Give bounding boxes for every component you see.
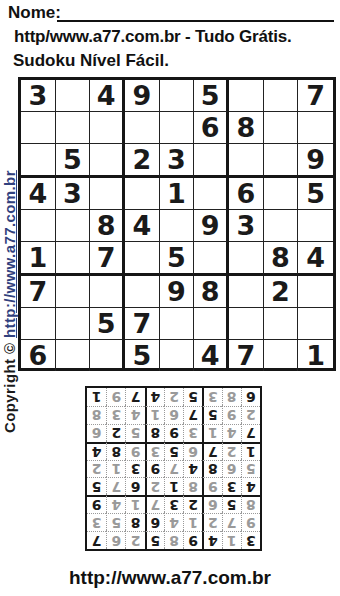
- sudoku-cell[interactable]: [125, 178, 160, 210]
- solution-cell: 6: [241, 388, 260, 406]
- sudoku-cell[interactable]: 9: [298, 144, 333, 178]
- solution-cell: 5: [183, 388, 202, 406]
- sudoku-cell[interactable]: 2: [125, 144, 160, 178]
- solution-cell: 9: [106, 388, 125, 406]
- sudoku-cell[interactable]: [160, 80, 195, 112]
- sudoku-cell[interactable]: 4: [125, 210, 160, 242]
- solution-cell: 1: [183, 513, 202, 531]
- sudoku-cell[interactable]: [264, 308, 299, 340]
- sudoku-cell[interactable]: 5: [56, 144, 91, 178]
- solution-cell: 7: [106, 477, 125, 495]
- sudoku-cell[interactable]: 5: [160, 242, 195, 276]
- sudoku-grid: 349576852394316584931758479825765471: [18, 77, 336, 371]
- solution-cell: 1: [145, 406, 164, 424]
- solution-cell: 7: [125, 388, 144, 406]
- sudoku-cell[interactable]: [264, 178, 299, 210]
- footer-url: http://www.a77.com.br: [0, 567, 340, 589]
- solution-cell: 5: [241, 460, 260, 478]
- sudoku-cell[interactable]: [160, 308, 195, 340]
- solution-cell: 1: [87, 388, 106, 406]
- solution-cell: 9: [87, 495, 106, 513]
- name-blank-line: [57, 20, 334, 22]
- solution-cell: 9: [222, 406, 241, 424]
- name-label: Nome:: [8, 3, 61, 23]
- solution-cell: 6: [164, 406, 183, 424]
- sudoku-cell[interactable]: [160, 210, 195, 242]
- sudoku-cell[interactable]: [21, 210, 56, 242]
- sudoku-cell[interactable]: [160, 340, 195, 371]
- sudoku-cell[interactable]: [194, 144, 229, 178]
- sudoku-cell[interactable]: 7: [229, 340, 264, 371]
- solution-cell: 1: [241, 442, 260, 460]
- sudoku-cell[interactable]: [229, 276, 264, 308]
- copyright-prefix: Copyright ©: [1, 338, 18, 433]
- solution-cell: 9: [202, 477, 221, 495]
- sudoku-cell[interactable]: [264, 80, 299, 112]
- sudoku-cell[interactable]: [125, 112, 160, 144]
- solution-cell: 3: [106, 406, 125, 424]
- sudoku-cell[interactable]: 8: [194, 276, 229, 308]
- sudoku-cell[interactable]: 1: [298, 340, 333, 371]
- solution-cell: 8: [183, 477, 202, 495]
- solution-cell: 2: [106, 424, 125, 442]
- sudoku-cell[interactable]: [264, 210, 299, 242]
- sudoku-cell[interactable]: [229, 80, 264, 112]
- sudoku-cell[interactable]: [90, 112, 125, 144]
- sudoku-cell[interactable]: [298, 276, 333, 308]
- solution-cell: 4: [87, 442, 106, 460]
- solution-cell: 2: [202, 513, 221, 531]
- solution-cell: 3: [202, 388, 221, 406]
- worksheet-page: Nome: http/www.a77.com.br - Tudo Grátis.…: [0, 0, 340, 596]
- sudoku-cell[interactable]: 4: [194, 340, 229, 371]
- sudoku-cell[interactable]: 6: [229, 178, 264, 210]
- solution-cell: 9: [183, 531, 202, 549]
- solution-cell: 7: [183, 406, 202, 424]
- sudoku-cell[interactable]: 3: [160, 144, 195, 178]
- sudoku-cell[interactable]: [194, 308, 229, 340]
- sudoku-cell[interactable]: 1: [160, 178, 195, 210]
- solution-cell: 3: [241, 531, 260, 549]
- sudoku-cell[interactable]: 5: [298, 178, 333, 210]
- solution-cell: 7: [145, 495, 164, 513]
- page-title: Sudoku Nível Fácil.: [13, 51, 169, 71]
- solution-cell: 8: [87, 406, 106, 424]
- solution-cell: 8: [164, 531, 183, 549]
- solution-cell: 4: [106, 495, 125, 513]
- solution-cell: 4: [125, 406, 144, 424]
- sudoku-cell[interactable]: [125, 242, 160, 276]
- sudoku-cell[interactable]: [21, 112, 56, 144]
- sudoku-cell[interactable]: [56, 80, 91, 112]
- solution-cell: 5: [106, 513, 125, 531]
- sudoku-cell[interactable]: 4: [21, 178, 56, 210]
- solution-cell: 5: [145, 531, 164, 549]
- sudoku-cell[interactable]: [229, 242, 264, 276]
- sudoku-cell[interactable]: [21, 144, 56, 178]
- sudoku-cell[interactable]: [56, 112, 91, 144]
- site-tagline: http/www.a77.com.br - Tudo Grátis.: [14, 27, 292, 47]
- solution-cell: 4: [222, 424, 241, 442]
- solution-cell: 1: [202, 424, 221, 442]
- sudoku-cell[interactable]: [90, 178, 125, 210]
- sudoku-cell[interactable]: 7: [21, 276, 56, 308]
- sudoku-cell[interactable]: 8: [229, 112, 264, 144]
- sudoku-cell[interactable]: [90, 276, 125, 308]
- sudoku-cell[interactable]: 4: [90, 80, 125, 112]
- solution-cell: 6: [183, 442, 202, 460]
- solution-cell: 8: [202, 460, 221, 478]
- solution-cell: 7: [202, 442, 221, 460]
- sudoku-cell[interactable]: 7: [298, 80, 333, 112]
- solution-cell: 4: [202, 531, 221, 549]
- sudoku-cell[interactable]: 5: [194, 80, 229, 112]
- solution-cell: 8: [222, 388, 241, 406]
- sudoku-cell[interactable]: 9: [160, 276, 195, 308]
- solution-cell: 7: [87, 531, 106, 549]
- solution-cell: 1: [106, 460, 125, 478]
- sudoku-cell[interactable]: [56, 210, 91, 242]
- solution-cell: 9: [241, 513, 260, 531]
- sudoku-cell[interactable]: [298, 112, 333, 144]
- sudoku-cell[interactable]: [264, 144, 299, 178]
- sudoku-cell[interactable]: 9: [125, 80, 160, 112]
- sudoku-cell[interactable]: 8: [264, 242, 299, 276]
- solution-cell: 8: [106, 442, 125, 460]
- solution-cell: 2: [125, 531, 144, 549]
- sudoku-cell[interactable]: 4: [298, 242, 333, 276]
- solution-grid-upside-down: 3149852679721468538562371494398126755684…: [85, 386, 262, 551]
- solution-cell: 7: [241, 424, 260, 442]
- sudoku-cell[interactable]: 3: [229, 210, 264, 242]
- solution-cell: 5: [87, 477, 106, 495]
- solution-cell: 5: [222, 495, 241, 513]
- sudoku-cell[interactable]: [21, 308, 56, 340]
- sudoku-cell[interactable]: 6: [21, 340, 56, 371]
- solution-cell: 3: [183, 424, 202, 442]
- sudoku-cell[interactable]: 7: [90, 242, 125, 276]
- sudoku-cell[interactable]: [90, 144, 125, 178]
- solution-cell: 2: [145, 477, 164, 495]
- solution-cell: 4: [145, 388, 164, 406]
- sudoku-cell[interactable]: 7: [125, 308, 160, 340]
- sudoku-cell[interactable]: [194, 178, 229, 210]
- sudoku-cell[interactable]: 3: [21, 80, 56, 112]
- sudoku-cell[interactable]: [298, 308, 333, 340]
- solution-cell: 6: [145, 513, 164, 531]
- solution-cell: 8: [241, 495, 260, 513]
- solution-cell: 8: [125, 513, 144, 531]
- sudoku-cell[interactable]: 3: [56, 178, 91, 210]
- solution-cell: 6: [125, 477, 144, 495]
- solution-cell: 2: [164, 388, 183, 406]
- sudoku-cell[interactable]: [90, 340, 125, 371]
- solution-cell: 3: [222, 477, 241, 495]
- solution-cell: 6: [222, 460, 241, 478]
- solution-cell: 3: [164, 495, 183, 513]
- sudoku-cell[interactable]: [229, 144, 264, 178]
- sudoku-cell[interactable]: 2: [264, 276, 299, 308]
- solution-cell: 4: [164, 513, 183, 531]
- sudoku-cell[interactable]: [160, 112, 195, 144]
- sudoku-cell[interactable]: [194, 242, 229, 276]
- solution-cell: 4: [183, 460, 202, 478]
- solution-cell: 1: [222, 531, 241, 549]
- copyright-link[interactable]: http://www.a77.com.br: [1, 170, 18, 338]
- solution-cell: 3: [145, 442, 164, 460]
- sudoku-cell[interactable]: [56, 276, 91, 308]
- solution-cell: 7: [164, 460, 183, 478]
- sudoku-cell[interactable]: 1: [21, 242, 56, 276]
- solution-cell: 2: [87, 460, 106, 478]
- sudoku-cell[interactable]: 8: [90, 210, 125, 242]
- solution-cell: 9: [145, 460, 164, 478]
- solution-cell: 1: [164, 477, 183, 495]
- solution-cell: 6: [106, 531, 125, 549]
- solution-cell: 9: [164, 424, 183, 442]
- solution-cell: 1: [125, 495, 144, 513]
- solution-cell: 2: [222, 442, 241, 460]
- sudoku-cell[interactable]: [56, 308, 91, 340]
- solution-cell: 6: [87, 424, 106, 442]
- sudoku-cell[interactable]: 5: [90, 308, 125, 340]
- sudoku-cell[interactable]: [56, 242, 91, 276]
- sudoku-cell[interactable]: 9: [194, 210, 229, 242]
- solution-cell: 5: [125, 424, 144, 442]
- solution-cell: 3: [125, 460, 144, 478]
- solution-cell: 3: [87, 513, 106, 531]
- sudoku-cell[interactable]: [56, 340, 91, 371]
- sudoku-cell[interactable]: 6: [194, 112, 229, 144]
- solution-cell: 4: [241, 477, 260, 495]
- solution-cell: 6: [202, 495, 221, 513]
- solution-cell: 5: [164, 442, 183, 460]
- sudoku-cell[interactable]: [125, 276, 160, 308]
- solution-cell: 2: [241, 406, 260, 424]
- solution-cell: 7: [222, 513, 241, 531]
- sudoku-cell[interactable]: [264, 340, 299, 371]
- copyright-vertical-text: Copyright © http://www.a77.com.br: [1, 85, 19, 433]
- solution-cell: 5: [202, 406, 221, 424]
- sudoku-cell[interactable]: [298, 210, 333, 242]
- solution-cell: 8: [145, 424, 164, 442]
- sudoku-cell[interactable]: [264, 112, 299, 144]
- sudoku-cell[interactable]: 5: [125, 340, 160, 371]
- sudoku-cell[interactable]: [229, 308, 264, 340]
- solution-cell: 2: [183, 495, 202, 513]
- solution-cell: 9: [125, 442, 144, 460]
